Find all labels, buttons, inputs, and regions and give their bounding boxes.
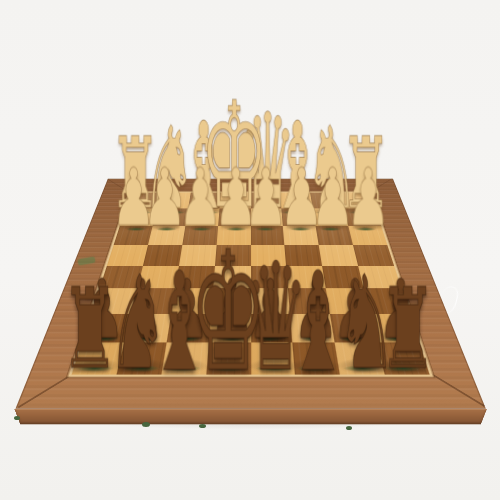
square-b1: [310, 192, 344, 208]
square-g1: [156, 192, 190, 208]
square-a3: [348, 225, 387, 244]
square-a1: [340, 192, 375, 208]
square-b3: [315, 225, 352, 244]
felt-pad: [14, 416, 20, 420]
chess-board: ♜♞♝♚♛♝♞♜♟♟♟♟♟♟♟♟♟♟♟♟♟♟♟♟♜♞♝♚♛♝♞♜: [15, 178, 485, 408]
square-a2: [344, 208, 381, 225]
square-f1: [188, 192, 221, 208]
felt-pad: [199, 424, 206, 428]
square-h2: [119, 208, 156, 225]
black-king-icon: ♚: [180, 229, 274, 395]
square-c1: [280, 192, 313, 208]
board-front-edge: [13, 408, 486, 424]
square-h3: [113, 225, 152, 244]
square-d1: [250, 192, 281, 208]
square-h1: [125, 192, 160, 208]
square-c2: [281, 208, 315, 225]
square-b2: [312, 208, 347, 225]
felt-pad: [142, 422, 150, 427]
photo-backdrop: ♜♞♝♚♛♝♞♜♟♟♟♟♟♟♟♟♟♟♟♟♟♟♟♟♜♞♝♚♛♝♞♜: [0, 0, 500, 500]
square-g2: [152, 208, 187, 225]
felt-pad: [346, 426, 352, 430]
square-g3: [147, 225, 184, 244]
square-e1: [219, 192, 250, 208]
